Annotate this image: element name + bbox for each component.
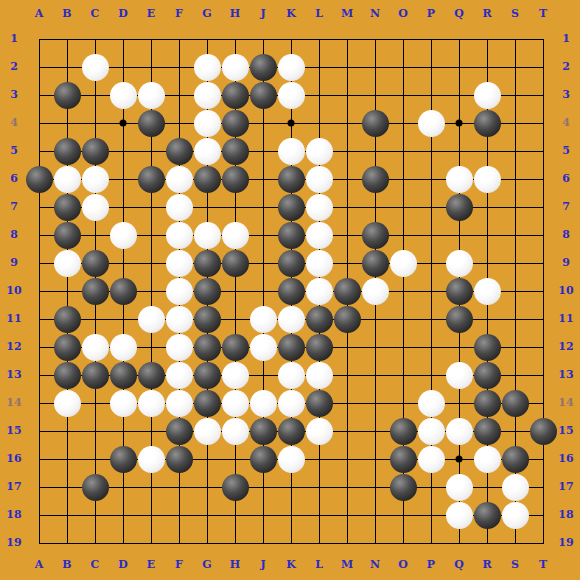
black-stone-J16[interactable]: [250, 446, 277, 473]
black-stone-S16[interactable]: [502, 446, 529, 473]
intersection-F11[interactable]: [165, 305, 193, 333]
intersection-P11[interactable]: [417, 305, 445, 333]
intersection-H16[interactable]: [221, 445, 249, 473]
intersection-J10[interactable]: [249, 277, 277, 305]
white-stone-B14[interactable]: [54, 390, 81, 417]
black-stone-J3[interactable]: [250, 82, 277, 109]
intersection-D8[interactable]: [109, 221, 137, 249]
black-stone-L12[interactable]: [306, 334, 333, 361]
white-stone-K2[interactable]: [278, 54, 305, 81]
white-stone-N10[interactable]: [362, 278, 389, 305]
intersection-J12[interactable]: [249, 333, 277, 361]
intersection-A3[interactable]: [25, 81, 53, 109]
white-stone-D14[interactable]: [110, 390, 137, 417]
intersection-D15[interactable]: [109, 417, 137, 445]
intersection-H19[interactable]: [221, 529, 249, 557]
intersection-C5[interactable]: [81, 137, 109, 165]
intersection-Q6[interactable]: [445, 165, 473, 193]
intersection-R4[interactable]: [473, 109, 501, 137]
intersection-H2[interactable]: [221, 53, 249, 81]
intersection-S13[interactable]: [501, 361, 529, 389]
intersection-F13[interactable]: [165, 361, 193, 389]
intersection-M19[interactable]: [333, 529, 361, 557]
intersection-F4[interactable]: [165, 109, 193, 137]
intersection-G14[interactable]: [193, 389, 221, 417]
black-stone-G11[interactable]: [194, 306, 221, 333]
intersection-Q15[interactable]: [445, 417, 473, 445]
intersection-R9[interactable]: [473, 249, 501, 277]
intersection-E3[interactable]: [137, 81, 165, 109]
intersection-T19[interactable]: [529, 529, 557, 557]
white-stone-R10[interactable]: [474, 278, 501, 305]
intersection-C15[interactable]: [81, 417, 109, 445]
intersection-E9[interactable]: [137, 249, 165, 277]
white-stone-F9[interactable]: [166, 250, 193, 277]
intersection-S15[interactable]: [501, 417, 529, 445]
intersection-D10[interactable]: [109, 277, 137, 305]
black-stone-Q7[interactable]: [446, 194, 473, 221]
intersection-G2[interactable]: [193, 53, 221, 81]
black-stone-H9[interactable]: [222, 250, 249, 277]
intersection-A6[interactable]: [25, 165, 53, 193]
intersection-J9[interactable]: [249, 249, 277, 277]
white-stone-L13[interactable]: [306, 362, 333, 389]
intersection-N16[interactable]: [361, 445, 389, 473]
intersection-C13[interactable]: [81, 361, 109, 389]
intersection-A12[interactable]: [25, 333, 53, 361]
intersection-H9[interactable]: [221, 249, 249, 277]
black-stone-J15[interactable]: [250, 418, 277, 445]
black-stone-R13[interactable]: [474, 362, 501, 389]
black-stone-R18[interactable]: [474, 502, 501, 529]
white-stone-J11[interactable]: [250, 306, 277, 333]
intersection-O4[interactable]: [389, 109, 417, 137]
intersection-B9[interactable]: [53, 249, 81, 277]
white-stone-K3[interactable]: [278, 82, 305, 109]
intersection-B17[interactable]: [53, 473, 81, 501]
intersection-C14[interactable]: [81, 389, 109, 417]
black-stone-M10[interactable]: [334, 278, 361, 305]
intersection-B18[interactable]: [53, 501, 81, 529]
black-stone-D13[interactable]: [110, 362, 137, 389]
intersection-P8[interactable]: [417, 221, 445, 249]
intersection-R8[interactable]: [473, 221, 501, 249]
intersection-O18[interactable]: [389, 501, 417, 529]
intersection-N6[interactable]: [361, 165, 389, 193]
intersection-E17[interactable]: [137, 473, 165, 501]
intersection-B19[interactable]: [53, 529, 81, 557]
black-stone-N6[interactable]: [362, 166, 389, 193]
intersection-L18[interactable]: [305, 501, 333, 529]
intersection-A11[interactable]: [25, 305, 53, 333]
intersection-A15[interactable]: [25, 417, 53, 445]
intersection-C6[interactable]: [81, 165, 109, 193]
intersection-F2[interactable]: [165, 53, 193, 81]
intersection-Q19[interactable]: [445, 529, 473, 557]
black-stone-K8[interactable]: [278, 222, 305, 249]
intersection-M11[interactable]: [333, 305, 361, 333]
intersection-E1[interactable]: [137, 25, 165, 53]
intersection-M9[interactable]: [333, 249, 361, 277]
intersection-A13[interactable]: [25, 361, 53, 389]
intersection-E12[interactable]: [137, 333, 165, 361]
intersection-T11[interactable]: [529, 305, 557, 333]
intersection-Q12[interactable]: [445, 333, 473, 361]
intersection-R6[interactable]: [473, 165, 501, 193]
black-stone-C10[interactable]: [82, 278, 109, 305]
black-stone-B8[interactable]: [54, 222, 81, 249]
black-stone-O17[interactable]: [390, 474, 417, 501]
intersection-E11[interactable]: [137, 305, 165, 333]
intersection-K19[interactable]: [277, 529, 305, 557]
black-stone-N8[interactable]: [362, 222, 389, 249]
intersection-F6[interactable]: [165, 165, 193, 193]
intersection-A10[interactable]: [25, 277, 53, 305]
intersection-J6[interactable]: [249, 165, 277, 193]
intersection-G3[interactable]: [193, 81, 221, 109]
intersection-C11[interactable]: [81, 305, 109, 333]
intersection-O8[interactable]: [389, 221, 417, 249]
intersection-O5[interactable]: [389, 137, 417, 165]
black-stone-K10[interactable]: [278, 278, 305, 305]
intersection-H11[interactable]: [221, 305, 249, 333]
black-stone-B7[interactable]: [54, 194, 81, 221]
intersection-L5[interactable]: [305, 137, 333, 165]
intersection-B7[interactable]: [53, 193, 81, 221]
intersection-L6[interactable]: [305, 165, 333, 193]
white-stone-G15[interactable]: [194, 418, 221, 445]
intersection-K13[interactable]: [277, 361, 305, 389]
intersection-C3[interactable]: [81, 81, 109, 109]
intersection-F5[interactable]: [165, 137, 193, 165]
intersection-C1[interactable]: [81, 25, 109, 53]
intersection-F12[interactable]: [165, 333, 193, 361]
black-stone-F5[interactable]: [166, 138, 193, 165]
intersection-B6[interactable]: [53, 165, 81, 193]
intersection-J14[interactable]: [249, 389, 277, 417]
black-stone-B13[interactable]: [54, 362, 81, 389]
intersection-P2[interactable]: [417, 53, 445, 81]
intersection-S17[interactable]: [501, 473, 529, 501]
white-stone-C2[interactable]: [82, 54, 109, 81]
intersection-J17[interactable]: [249, 473, 277, 501]
intersection-P15[interactable]: [417, 417, 445, 445]
black-stone-S14[interactable]: [502, 390, 529, 417]
intersection-R12[interactable]: [473, 333, 501, 361]
intersection-Q11[interactable]: [445, 305, 473, 333]
intersection-T4[interactable]: [529, 109, 557, 137]
intersection-L17[interactable]: [305, 473, 333, 501]
intersection-P5[interactable]: [417, 137, 445, 165]
intersection-E8[interactable]: [137, 221, 165, 249]
intersection-B13[interactable]: [53, 361, 81, 389]
intersection-M8[interactable]: [333, 221, 361, 249]
black-stone-B12[interactable]: [54, 334, 81, 361]
intersection-T13[interactable]: [529, 361, 557, 389]
intersection-C18[interactable]: [81, 501, 109, 529]
intersection-Q7[interactable]: [445, 193, 473, 221]
intersection-R5[interactable]: [473, 137, 501, 165]
black-stone-K7[interactable]: [278, 194, 305, 221]
intersection-F8[interactable]: [165, 221, 193, 249]
intersection-F17[interactable]: [165, 473, 193, 501]
black-stone-R12[interactable]: [474, 334, 501, 361]
intersection-M4[interactable]: [333, 109, 361, 137]
intersection-M12[interactable]: [333, 333, 361, 361]
intersection-A18[interactable]: [25, 501, 53, 529]
intersection-M16[interactable]: [333, 445, 361, 473]
intersection-N2[interactable]: [361, 53, 389, 81]
intersection-F1[interactable]: [165, 25, 193, 53]
intersection-B15[interactable]: [53, 417, 81, 445]
intersection-P4[interactable]: [417, 109, 445, 137]
intersection-O14[interactable]: [389, 389, 417, 417]
black-stone-G12[interactable]: [194, 334, 221, 361]
intersection-N12[interactable]: [361, 333, 389, 361]
intersection-K11[interactable]: [277, 305, 305, 333]
intersection-L19[interactable]: [305, 529, 333, 557]
intersection-P16[interactable]: [417, 445, 445, 473]
intersection-G12[interactable]: [193, 333, 221, 361]
intersection-G11[interactable]: [193, 305, 221, 333]
white-stone-F12[interactable]: [166, 334, 193, 361]
white-stone-H13[interactable]: [222, 362, 249, 389]
intersection-O3[interactable]: [389, 81, 417, 109]
intersection-J19[interactable]: [249, 529, 277, 557]
intersection-B14[interactable]: [53, 389, 81, 417]
white-stone-G5[interactable]: [194, 138, 221, 165]
intersection-A19[interactable]: [25, 529, 53, 557]
intersection-R14[interactable]: [473, 389, 501, 417]
intersection-N3[interactable]: [361, 81, 389, 109]
intersection-K14[interactable]: [277, 389, 305, 417]
intersection-O7[interactable]: [389, 193, 417, 221]
intersection-O17[interactable]: [389, 473, 417, 501]
intersection-B2[interactable]: [53, 53, 81, 81]
white-stone-L15[interactable]: [306, 418, 333, 445]
intersection-S12[interactable]: [501, 333, 529, 361]
white-stone-Q15[interactable]: [446, 418, 473, 445]
intersection-G5[interactable]: [193, 137, 221, 165]
intersection-J4[interactable]: [249, 109, 277, 137]
intersection-D13[interactable]: [109, 361, 137, 389]
black-stone-C17[interactable]: [82, 474, 109, 501]
intersection-T3[interactable]: [529, 81, 557, 109]
intersection-A16[interactable]: [25, 445, 53, 473]
stones-grid[interactable]: [25, 25, 557, 557]
intersection-P19[interactable]: [417, 529, 445, 557]
black-stone-M11[interactable]: [334, 306, 361, 333]
intersection-Q14[interactable]: [445, 389, 473, 417]
white-stone-D3[interactable]: [110, 82, 137, 109]
intersection-M5[interactable]: [333, 137, 361, 165]
intersection-J2[interactable]: [249, 53, 277, 81]
intersection-K10[interactable]: [277, 277, 305, 305]
intersection-A2[interactable]: [25, 53, 53, 81]
intersection-E16[interactable]: [137, 445, 165, 473]
intersection-P6[interactable]: [417, 165, 445, 193]
white-stone-G8[interactable]: [194, 222, 221, 249]
intersection-F15[interactable]: [165, 417, 193, 445]
intersection-K7[interactable]: [277, 193, 305, 221]
intersection-N19[interactable]: [361, 529, 389, 557]
black-stone-R4[interactable]: [474, 110, 501, 137]
white-stone-E11[interactable]: [138, 306, 165, 333]
intersection-T2[interactable]: [529, 53, 557, 81]
intersection-S1[interactable]: [501, 25, 529, 53]
intersection-F18[interactable]: [165, 501, 193, 529]
intersection-J16[interactable]: [249, 445, 277, 473]
intersection-B5[interactable]: [53, 137, 81, 165]
intersection-E10[interactable]: [137, 277, 165, 305]
white-stone-K5[interactable]: [278, 138, 305, 165]
intersection-K16[interactable]: [277, 445, 305, 473]
intersection-A14[interactable]: [25, 389, 53, 417]
black-stone-L14[interactable]: [306, 390, 333, 417]
intersection-N15[interactable]: [361, 417, 389, 445]
intersection-D9[interactable]: [109, 249, 137, 277]
black-stone-Q10[interactable]: [446, 278, 473, 305]
white-stone-Q13[interactable]: [446, 362, 473, 389]
black-stone-K15[interactable]: [278, 418, 305, 445]
white-stone-K16[interactable]: [278, 446, 305, 473]
intersection-J13[interactable]: [249, 361, 277, 389]
intersection-S10[interactable]: [501, 277, 529, 305]
intersection-N9[interactable]: [361, 249, 389, 277]
intersection-Q16[interactable]: [445, 445, 473, 473]
intersection-A1[interactable]: [25, 25, 53, 53]
intersection-H10[interactable]: [221, 277, 249, 305]
intersection-B3[interactable]: [53, 81, 81, 109]
white-stone-F14[interactable]: [166, 390, 193, 417]
intersection-A9[interactable]: [25, 249, 53, 277]
intersection-S16[interactable]: [501, 445, 529, 473]
intersection-T10[interactable]: [529, 277, 557, 305]
intersection-L12[interactable]: [305, 333, 333, 361]
intersection-G17[interactable]: [193, 473, 221, 501]
intersection-M18[interactable]: [333, 501, 361, 529]
intersection-B4[interactable]: [53, 109, 81, 137]
intersection-K18[interactable]: [277, 501, 305, 529]
intersection-H3[interactable]: [221, 81, 249, 109]
white-stone-S18[interactable]: [502, 502, 529, 529]
intersection-C8[interactable]: [81, 221, 109, 249]
intersection-D16[interactable]: [109, 445, 137, 473]
black-stone-R15[interactable]: [474, 418, 501, 445]
white-stone-C12[interactable]: [82, 334, 109, 361]
white-stone-L7[interactable]: [306, 194, 333, 221]
intersection-L10[interactable]: [305, 277, 333, 305]
intersection-N5[interactable]: [361, 137, 389, 165]
intersection-R10[interactable]: [473, 277, 501, 305]
intersection-J8[interactable]: [249, 221, 277, 249]
intersection-P10[interactable]: [417, 277, 445, 305]
intersection-D14[interactable]: [109, 389, 137, 417]
intersection-O11[interactable]: [389, 305, 417, 333]
white-stone-H2[interactable]: [222, 54, 249, 81]
intersection-C19[interactable]: [81, 529, 109, 557]
intersection-J11[interactable]: [249, 305, 277, 333]
intersection-N7[interactable]: [361, 193, 389, 221]
intersection-M14[interactable]: [333, 389, 361, 417]
intersection-L9[interactable]: [305, 249, 333, 277]
intersection-O13[interactable]: [389, 361, 417, 389]
intersection-R2[interactable]: [473, 53, 501, 81]
intersection-E5[interactable]: [137, 137, 165, 165]
intersection-T12[interactable]: [529, 333, 557, 361]
intersection-P14[interactable]: [417, 389, 445, 417]
intersection-R13[interactable]: [473, 361, 501, 389]
intersection-N14[interactable]: [361, 389, 389, 417]
white-stone-G3[interactable]: [194, 82, 221, 109]
intersection-M6[interactable]: [333, 165, 361, 193]
intersection-L7[interactable]: [305, 193, 333, 221]
intersection-T6[interactable]: [529, 165, 557, 193]
intersection-M2[interactable]: [333, 53, 361, 81]
white-stone-L9[interactable]: [306, 250, 333, 277]
black-stone-R14[interactable]: [474, 390, 501, 417]
intersection-N1[interactable]: [361, 25, 389, 53]
white-stone-H15[interactable]: [222, 418, 249, 445]
intersection-S2[interactable]: [501, 53, 529, 81]
intersection-D17[interactable]: [109, 473, 137, 501]
black-stone-H17[interactable]: [222, 474, 249, 501]
intersection-N11[interactable]: [361, 305, 389, 333]
intersection-K17[interactable]: [277, 473, 305, 501]
black-stone-G14[interactable]: [194, 390, 221, 417]
intersection-E14[interactable]: [137, 389, 165, 417]
black-stone-D16[interactable]: [110, 446, 137, 473]
intersection-D18[interactable]: [109, 501, 137, 529]
black-stone-N4[interactable]: [362, 110, 389, 137]
white-stone-L8[interactable]: [306, 222, 333, 249]
black-stone-K12[interactable]: [278, 334, 305, 361]
intersection-B8[interactable]: [53, 221, 81, 249]
white-stone-K14[interactable]: [278, 390, 305, 417]
intersection-G10[interactable]: [193, 277, 221, 305]
intersection-T15[interactable]: [529, 417, 557, 445]
black-stone-O15[interactable]: [390, 418, 417, 445]
intersection-J5[interactable]: [249, 137, 277, 165]
black-stone-E6[interactable]: [138, 166, 165, 193]
black-stone-H6[interactable]: [222, 166, 249, 193]
intersection-D5[interactable]: [109, 137, 137, 165]
white-stone-C6[interactable]: [82, 166, 109, 193]
white-stone-C7[interactable]: [82, 194, 109, 221]
black-stone-J2[interactable]: [250, 54, 277, 81]
intersection-G6[interactable]: [193, 165, 221, 193]
black-stone-B11[interactable]: [54, 306, 81, 333]
intersection-L11[interactable]: [305, 305, 333, 333]
intersection-K15[interactable]: [277, 417, 305, 445]
intersection-P12[interactable]: [417, 333, 445, 361]
white-stone-E16[interactable]: [138, 446, 165, 473]
intersection-K4[interactable]: [277, 109, 305, 137]
intersection-H14[interactable]: [221, 389, 249, 417]
intersection-R18[interactable]: [473, 501, 501, 529]
intersection-K1[interactable]: [277, 25, 305, 53]
intersection-S9[interactable]: [501, 249, 529, 277]
intersection-C17[interactable]: [81, 473, 109, 501]
intersection-P17[interactable]: [417, 473, 445, 501]
intersection-P7[interactable]: [417, 193, 445, 221]
intersection-E2[interactable]: [137, 53, 165, 81]
white-stone-J14[interactable]: [250, 390, 277, 417]
black-stone-C5[interactable]: [82, 138, 109, 165]
intersection-D1[interactable]: [109, 25, 137, 53]
intersection-H17[interactable]: [221, 473, 249, 501]
intersection-A8[interactable]: [25, 221, 53, 249]
